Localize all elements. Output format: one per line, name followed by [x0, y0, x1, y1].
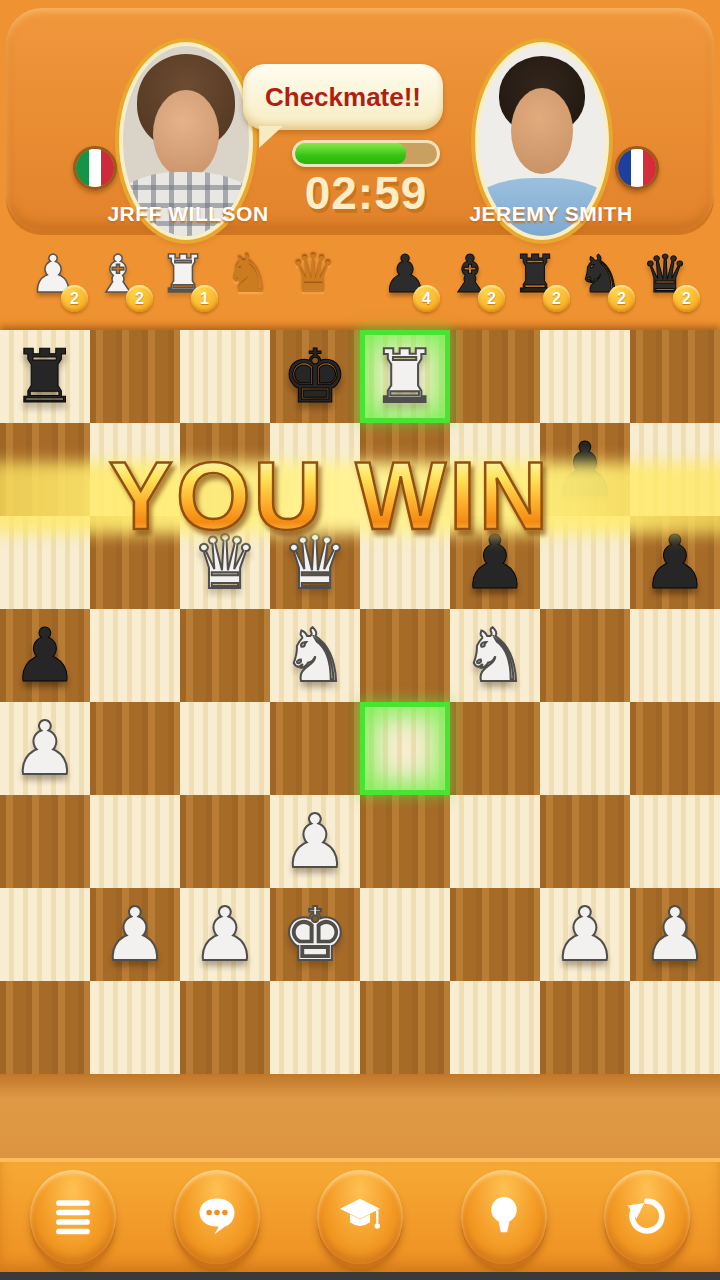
flag-stripe [631, 149, 644, 187]
captured-black-rook: ♜2 [504, 236, 566, 312]
hint-button[interactable] [461, 1170, 547, 1264]
square-g4[interactable] [540, 702, 630, 795]
queen-icon: ♛ [290, 239, 337, 309]
table-band [0, 1074, 720, 1158]
square-h2[interactable]: ♟ [630, 888, 720, 981]
square-c5[interactable] [180, 609, 270, 702]
square-e1[interactable] [360, 981, 450, 1074]
france-flag-icon [615, 146, 659, 190]
square-d1[interactable] [270, 981, 360, 1074]
italy-flag-icon [73, 146, 117, 190]
square-e3[interactable] [360, 795, 450, 888]
square-c1[interactable] [180, 981, 270, 1074]
captured-black-tray: ♟4♝2♜2♞2♛2 [374, 236, 696, 312]
flag-stripe [643, 149, 656, 187]
white-knight-piece: ♞ [282, 609, 348, 702]
square-d5[interactable]: ♞ [270, 609, 360, 702]
square-a4[interactable]: ♟ [0, 702, 90, 795]
square-d3[interactable]: ♟ [270, 795, 360, 888]
chess-app-screen: Checkmate!! 02:59 JRFF WILLSON JEREMY SM… [0, 0, 720, 1280]
captured-white-pawn: ♟2 [22, 236, 84, 312]
captured-black-bishop: ♝2 [439, 236, 501, 312]
knight-icon: ♞ [225, 239, 272, 309]
square-h1[interactable] [630, 981, 720, 1074]
square-f1[interactable] [450, 981, 540, 1074]
square-h3[interactable] [630, 795, 720, 888]
square-g3[interactable] [540, 795, 630, 888]
square-b5[interactable] [90, 609, 180, 702]
square-a8[interactable]: ♜ [0, 330, 90, 423]
avatar-face [153, 90, 219, 178]
black-rook-piece: ♜ [12, 330, 78, 423]
chat-button[interactable] [174, 1170, 260, 1264]
bottom-black-strip [0, 1272, 720, 1280]
capture-count-badge: 2 [126, 285, 153, 312]
square-b2[interactable]: ♟ [90, 888, 180, 981]
captured-black-queen: ♛2 [634, 236, 696, 312]
you-win-text: YOU WIN [109, 450, 551, 542]
square-g1[interactable] [540, 981, 630, 1074]
white-pawn-piece: ♟ [642, 888, 708, 981]
square-e8[interactable]: ♜ [360, 330, 450, 423]
lightbulb-icon [484, 1194, 524, 1241]
square-b1[interactable] [90, 981, 180, 1074]
captured-white-knight: ♞ [217, 236, 279, 312]
undo-rotate-icon [626, 1195, 668, 1240]
menu-icon [54, 1197, 92, 1238]
square-g8[interactable] [540, 330, 630, 423]
graduation-cap-icon [338, 1196, 382, 1239]
undo-button[interactable] [604, 1170, 690, 1264]
flag-stripe [89, 149, 102, 187]
flag-stripe [76, 149, 89, 187]
chat-bubble-text: Checkmate!! [265, 82, 421, 113]
square-a1[interactable] [0, 981, 90, 1074]
avatar-face [511, 88, 573, 174]
square-b8[interactable] [90, 330, 180, 423]
capture-count-badge: 2 [608, 285, 635, 312]
square-f4[interactable] [450, 702, 540, 795]
square-h5[interactable] [630, 609, 720, 702]
capture-count-badge: 1 [191, 285, 218, 312]
learn-button[interactable] [317, 1170, 403, 1264]
timer-progress-bar [292, 140, 440, 167]
captured-white-tray: ♟2♝2♜1♞♛ [22, 236, 344, 312]
white-pawn-piece: ♟ [12, 702, 78, 795]
chat-icon [196, 1195, 238, 1240]
square-e4[interactable] [360, 702, 450, 795]
white-rook-piece: ♜ [372, 330, 438, 423]
square-f2[interactable] [450, 888, 540, 981]
flag-stripe [618, 149, 631, 187]
square-c8[interactable] [180, 330, 270, 423]
captured-black-pawn: ♟4 [374, 236, 436, 312]
capture-count-badge: 2 [673, 285, 700, 312]
square-d8[interactable]: ♚ [270, 330, 360, 423]
white-pawn-piece: ♟ [102, 888, 168, 981]
square-a2[interactable] [0, 888, 90, 981]
bottom-toolbar [0, 1158, 720, 1272]
timer-progress-fill [295, 143, 406, 164]
white-knight-piece: ♞ [462, 609, 528, 702]
white-pawn-piece: ♟ [282, 795, 348, 888]
chat-bubble: Checkmate!! [243, 64, 443, 130]
square-g2[interactable]: ♟ [540, 888, 630, 981]
square-b4[interactable] [90, 702, 180, 795]
square-e5[interactable] [360, 609, 450, 702]
capture-count-badge: 2 [478, 285, 505, 312]
white-king-piece: ♚ [282, 888, 348, 981]
square-h8[interactable] [630, 330, 720, 423]
square-c3[interactable] [180, 795, 270, 888]
square-f5[interactable]: ♞ [450, 609, 540, 702]
black-pawn-piece: ♟ [12, 609, 78, 702]
square-c2[interactable]: ♟ [180, 888, 270, 981]
header-panel: Checkmate!! 02:59 JRFF WILLSON JEREMY SM… [6, 8, 714, 230]
chat-bubble-tail [259, 126, 283, 148]
flag-stripe [101, 149, 114, 187]
white-pawn-piece: ♟ [552, 888, 618, 981]
capture-count-badge: 2 [61, 285, 88, 312]
menu-button[interactable] [30, 1170, 116, 1264]
capture-count-badge: 4 [413, 285, 440, 312]
player1-name: JRFF WILLSON [63, 202, 313, 226]
square-b3[interactable] [90, 795, 180, 888]
captured-white-queen: ♛ [282, 236, 344, 312]
captured-black-knight: ♞2 [569, 236, 631, 312]
square-c4[interactable] [180, 702, 270, 795]
square-a5[interactable]: ♟ [0, 609, 90, 702]
white-pawn-piece: ♟ [192, 888, 258, 981]
square-a3[interactable] [0, 795, 90, 888]
capture-count-badge: 2 [543, 285, 570, 312]
square-h4[interactable] [630, 702, 720, 795]
square-d2[interactable]: ♚ [270, 888, 360, 981]
square-g5[interactable] [540, 609, 630, 702]
captured-white-rook: ♜1 [152, 236, 214, 312]
square-e2[interactable] [360, 888, 450, 981]
square-d4[interactable] [270, 702, 360, 795]
black-king-piece: ♚ [282, 330, 348, 423]
square-f3[interactable] [450, 795, 540, 888]
captured-white-bishop: ♝2 [87, 236, 149, 312]
player2-name: JEREMY SMITH [426, 202, 676, 226]
square-f8[interactable] [450, 330, 540, 423]
